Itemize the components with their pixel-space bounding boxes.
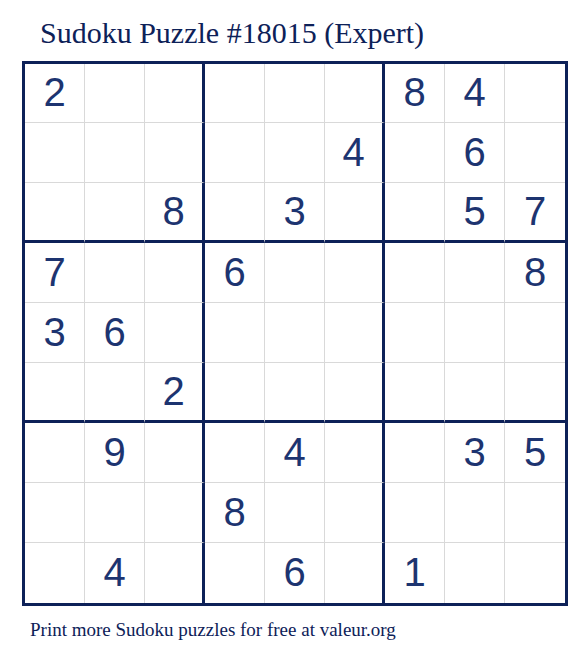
cell-r1c7: 8 bbox=[385, 64, 445, 124]
page-title: Sudoku Puzzle #18015 (Expert) bbox=[40, 16, 580, 51]
cell-r9c1 bbox=[25, 543, 85, 603]
cell-r5c3 bbox=[145, 303, 205, 363]
cell-r1c1: 2 bbox=[25, 64, 85, 124]
cell-r3c7 bbox=[385, 183, 445, 243]
cell-r1c5 bbox=[265, 64, 325, 124]
cell-r2c6: 4 bbox=[325, 123, 385, 183]
cell-r3c9: 7 bbox=[505, 183, 565, 243]
cell-r8c9 bbox=[505, 483, 565, 543]
cell-r4c9: 8 bbox=[505, 243, 565, 303]
cell-r2c1 bbox=[25, 123, 85, 183]
cell-r9c7: 1 bbox=[385, 543, 445, 603]
cell-r3c2 bbox=[85, 183, 145, 243]
sudoku-print-page: Sudoku Puzzle #18015 (Expert) 2844683577… bbox=[0, 16, 580, 641]
cell-r4c1: 7 bbox=[25, 243, 85, 303]
cell-r6c2 bbox=[85, 363, 145, 423]
cell-r7c9: 5 bbox=[505, 423, 565, 483]
cell-r5c8 bbox=[445, 303, 505, 363]
cell-r2c2 bbox=[85, 123, 145, 183]
footer-text: Print more Sudoku puzzles for free at va… bbox=[30, 619, 580, 641]
cell-r8c8 bbox=[445, 483, 505, 543]
cell-r6c5 bbox=[265, 363, 325, 423]
cell-r1c9 bbox=[505, 64, 565, 124]
cell-r4c3 bbox=[145, 243, 205, 303]
cell-r5c1: 3 bbox=[25, 303, 85, 363]
cell-r6c4 bbox=[205, 363, 265, 423]
cell-r7c3 bbox=[145, 423, 205, 483]
cell-r6c8 bbox=[445, 363, 505, 423]
cell-r2c7 bbox=[385, 123, 445, 183]
cell-r8c5 bbox=[265, 483, 325, 543]
cell-r9c2: 4 bbox=[85, 543, 145, 603]
cell-r8c4: 8 bbox=[205, 483, 265, 543]
cell-r3c3: 8 bbox=[145, 183, 205, 243]
cell-r6c3: 2 bbox=[145, 363, 205, 423]
cell-r8c1 bbox=[25, 483, 85, 543]
cell-r7c2: 9 bbox=[85, 423, 145, 483]
cell-r4c2 bbox=[85, 243, 145, 303]
cell-r9c5: 6 bbox=[265, 543, 325, 603]
cell-r6c6 bbox=[325, 363, 385, 423]
sudoku-board: 28446835776836294358461 bbox=[22, 61, 568, 606]
cell-r9c3 bbox=[145, 543, 205, 603]
cell-r5c7 bbox=[385, 303, 445, 363]
cell-r7c7 bbox=[385, 423, 445, 483]
cell-r6c7 bbox=[385, 363, 445, 423]
cell-r5c9 bbox=[505, 303, 565, 363]
cell-r1c6 bbox=[325, 64, 385, 124]
cell-r1c3 bbox=[145, 64, 205, 124]
cell-r1c8: 4 bbox=[445, 64, 505, 124]
cell-r2c9 bbox=[505, 123, 565, 183]
cell-r8c2 bbox=[85, 483, 145, 543]
cell-r3c6 bbox=[325, 183, 385, 243]
cell-r9c8 bbox=[445, 543, 505, 603]
cell-r1c2 bbox=[85, 64, 145, 124]
cell-r8c3 bbox=[145, 483, 205, 543]
cell-r5c6 bbox=[325, 303, 385, 363]
cell-r5c5 bbox=[265, 303, 325, 363]
cell-r9c9 bbox=[505, 543, 565, 603]
cell-r3c1 bbox=[25, 183, 85, 243]
cell-r7c4 bbox=[205, 423, 265, 483]
cell-r2c4 bbox=[205, 123, 265, 183]
cell-r9c6 bbox=[325, 543, 385, 603]
cell-r6c1 bbox=[25, 363, 85, 423]
cell-r5c2: 6 bbox=[85, 303, 145, 363]
cell-r7c1 bbox=[25, 423, 85, 483]
cell-r7c5: 4 bbox=[265, 423, 325, 483]
cell-r3c5: 3 bbox=[265, 183, 325, 243]
cell-r7c8: 3 bbox=[445, 423, 505, 483]
cell-r4c8 bbox=[445, 243, 505, 303]
cell-r3c8: 5 bbox=[445, 183, 505, 243]
cell-r2c5 bbox=[265, 123, 325, 183]
cell-r4c5 bbox=[265, 243, 325, 303]
cell-r1c4 bbox=[205, 64, 265, 124]
cell-r6c9 bbox=[505, 363, 565, 423]
cell-r5c4 bbox=[205, 303, 265, 363]
cell-r2c3 bbox=[145, 123, 205, 183]
cell-r8c7 bbox=[385, 483, 445, 543]
cell-r8c6 bbox=[325, 483, 385, 543]
cell-r4c6 bbox=[325, 243, 385, 303]
cell-r4c4: 6 bbox=[205, 243, 265, 303]
cell-r2c8: 6 bbox=[445, 123, 505, 183]
cell-r3c4 bbox=[205, 183, 265, 243]
cell-r9c4 bbox=[205, 543, 265, 603]
cell-r7c6 bbox=[325, 423, 385, 483]
cell-r4c7 bbox=[385, 243, 445, 303]
